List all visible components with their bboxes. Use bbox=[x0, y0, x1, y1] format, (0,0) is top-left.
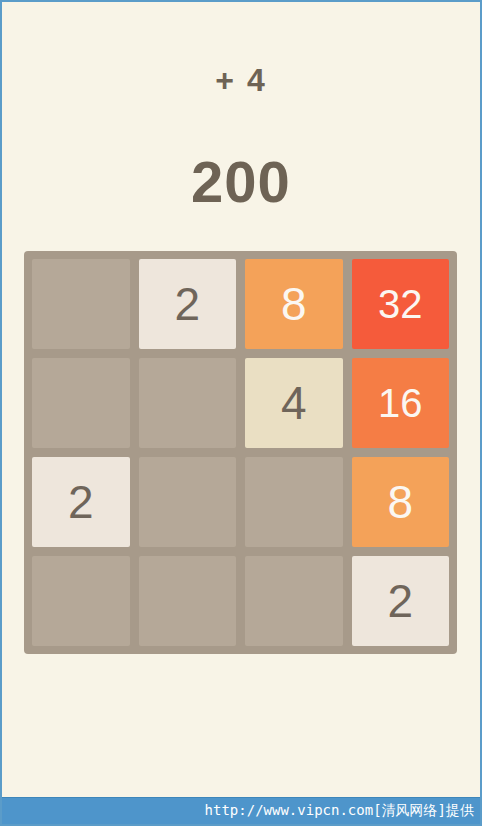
empty-cell bbox=[245, 556, 343, 646]
watermark-text: http://www.vipcn.com[清风网络]提供 bbox=[2, 798, 480, 823]
tile-2: 2 bbox=[139, 259, 237, 349]
empty-cell bbox=[32, 556, 130, 646]
footer: ? >双人对战< bbox=[2, 702, 480, 802]
tile-8: 8 bbox=[245, 259, 343, 349]
empty-cell bbox=[245, 457, 343, 547]
app-window: + 4 200 2832416282 ? >双人对战< http://www.v… bbox=[0, 0, 482, 826]
score: 200 bbox=[2, 148, 480, 215]
tile-2: 2 bbox=[352, 556, 450, 646]
empty-cell bbox=[32, 259, 130, 349]
empty-cell bbox=[32, 358, 130, 448]
board: 2832416282 bbox=[24, 251, 457, 654]
tile-4: 4 bbox=[245, 358, 343, 448]
tile-32: 32 bbox=[352, 259, 450, 349]
tile-2: 2 bbox=[32, 457, 130, 547]
tile-16: 16 bbox=[352, 358, 450, 448]
score-gain: + 4 bbox=[2, 62, 480, 99]
watermark-bar: http://www.vipcn.com[清风网络]提供 bbox=[2, 797, 480, 824]
empty-cell bbox=[139, 457, 237, 547]
empty-cell bbox=[139, 358, 237, 448]
tile-8: 8 bbox=[352, 457, 450, 547]
empty-cell bbox=[139, 556, 237, 646]
board-grid[interactable]: 2832416282 bbox=[24, 251, 457, 654]
